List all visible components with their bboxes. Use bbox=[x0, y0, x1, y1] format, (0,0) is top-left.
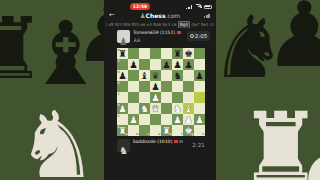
black-pawn[interactable]: ♟ bbox=[194, 70, 205, 81]
black-queen[interactable]: ♛ bbox=[150, 70, 161, 81]
square-c2[interactable] bbox=[139, 114, 150, 125]
black-pawn[interactable]: ♟ bbox=[117, 70, 128, 81]
white-rook-silhouette: ♜ bbox=[238, 100, 320, 180]
square-d3[interactable]: ♛ bbox=[150, 103, 161, 114]
phone-screenshot: 12:58 ← ♟Chess.com d4d5Nf3Nf6Bf4e6e3Bd6N… bbox=[104, 0, 216, 180]
white-bishop[interactable]: ♝ bbox=[183, 103, 194, 114]
signal-icon bbox=[186, 5, 194, 9]
move-list: d4d5Nf3Nf6Bf4e6e3Bd6Nc3c6Bg3Qe7Re1O-O bbox=[106, 21, 214, 28]
black-pawn[interactable]: ♟ bbox=[150, 81, 161, 92]
white-rook[interactable]: ♜ bbox=[117, 125, 128, 136]
black-pawn-silhouette: ♟ bbox=[264, 0, 320, 80]
square-h5[interactable] bbox=[194, 81, 205, 92]
square-a8[interactable]: 8♜ bbox=[117, 48, 128, 59]
white-pawn[interactable]: ♟ bbox=[150, 92, 161, 103]
rank-coordinate-label: 7 bbox=[118, 60, 120, 63]
square-f4[interactable] bbox=[172, 92, 183, 103]
square-h7[interactable] bbox=[194, 59, 205, 70]
bottom-player-name[interactable]: baddozzle (1010) bbox=[133, 139, 183, 145]
black-pawn[interactable]: ♟ bbox=[128, 59, 139, 70]
white-king[interactable]: ♚ bbox=[183, 125, 194, 136]
rank-coordinate-label: 5 bbox=[118, 82, 120, 85]
square-e6[interactable] bbox=[161, 70, 172, 81]
square-h2[interactable]: ♟ bbox=[194, 114, 205, 125]
square-c8[interactable] bbox=[139, 48, 150, 59]
move-token[interactable]: Bf4 bbox=[132, 22, 139, 28]
white-rook[interactable]: ♜ bbox=[161, 125, 172, 136]
black-pawn[interactable]: ♟ bbox=[183, 59, 194, 70]
square-f3[interactable]: ♞ bbox=[172, 103, 183, 114]
square-g2[interactable]: ♟ bbox=[183, 114, 194, 125]
white-pawn[interactable]: ♟ bbox=[172, 114, 183, 125]
square-d2[interactable] bbox=[150, 114, 161, 125]
move-token[interactable]: Qe7 bbox=[191, 22, 199, 28]
square-b1[interactable]: b bbox=[128, 125, 139, 136]
square-c4[interactable] bbox=[139, 92, 150, 103]
bottom-player-badge-icon bbox=[179, 140, 183, 143]
square-b3[interactable] bbox=[128, 103, 139, 114]
bottom-player-clock: 2:21 bbox=[187, 140, 210, 150]
square-c3[interactable]: ♞ bbox=[139, 103, 150, 114]
square-g5[interactable] bbox=[183, 81, 194, 92]
square-f1[interactable]: f bbox=[172, 125, 183, 136]
black-pawn[interactable]: ♟ bbox=[161, 59, 172, 70]
move-token[interactable]: Bd6 bbox=[153, 22, 161, 28]
white-pawn[interactable]: ♟ bbox=[117, 103, 128, 114]
square-d7[interactable] bbox=[150, 59, 161, 70]
black-rook-silhouette: ♜ bbox=[0, 6, 46, 91]
square-e1[interactable]: e♜ bbox=[161, 125, 172, 136]
black-king[interactable]: ♚ bbox=[183, 48, 194, 59]
black-bishop-silhouette: ♝ bbox=[26, 10, 105, 98]
square-c6[interactable]: ♝ bbox=[139, 70, 150, 81]
black-pawn[interactable]: ♟ bbox=[172, 59, 183, 70]
top-player-clock: 2:05 bbox=[187, 31, 210, 41]
square-e2[interactable] bbox=[161, 114, 172, 125]
square-d4[interactable]: ♟ bbox=[150, 92, 161, 103]
bottom-player-avatar[interactable]: ♞ bbox=[117, 139, 130, 152]
app-header: ← ♟Chess.com bbox=[104, 11, 216, 20]
chesscom-logo: ♟Chess.com bbox=[104, 11, 216, 21]
black-bishop[interactable]: ♝ bbox=[139, 70, 150, 81]
square-e5[interactable] bbox=[161, 81, 172, 92]
square-d1[interactable]: d bbox=[150, 125, 161, 136]
move-token[interactable]: Re1 bbox=[201, 22, 209, 28]
white-pawn[interactable]: ♟ bbox=[183, 114, 194, 125]
white-knight[interactable]: ♞ bbox=[139, 103, 150, 114]
square-b4[interactable] bbox=[128, 92, 139, 103]
black-rook[interactable]: ♜ bbox=[117, 48, 128, 59]
square-b8[interactable] bbox=[128, 48, 139, 59]
square-e7[interactable]: ♟ bbox=[161, 59, 172, 70]
video-frame: ♜♝♟♞♞♟♜♟ 12:58 ← ♟Chess.com d4d5Nf3Nf6Bf… bbox=[0, 0, 320, 180]
top-player-name[interactable]: Tomsen659 (1151) bbox=[133, 30, 181, 36]
square-a2[interactable]: 2 bbox=[117, 114, 128, 125]
bottom-player-flag-icon bbox=[174, 140, 178, 143]
bottom-player-bar: ♞ baddozzle (1010) 2:21 bbox=[117, 138, 205, 154]
square-f2[interactable]: ♟ bbox=[172, 114, 183, 125]
square-b6[interactable] bbox=[128, 70, 139, 81]
square-a3[interactable]: 3♟ bbox=[117, 103, 128, 114]
white-pawn[interactable]: ♟ bbox=[128, 114, 139, 125]
square-h4[interactable] bbox=[194, 92, 205, 103]
black-knight[interactable]: ♞ bbox=[172, 70, 183, 81]
wifi-icon bbox=[196, 4, 202, 9]
square-g8[interactable]: ♚ bbox=[183, 48, 194, 59]
square-c1[interactable]: c bbox=[139, 125, 150, 136]
move-token[interactable]: Nc3 bbox=[163, 22, 171, 28]
square-c5[interactable] bbox=[139, 81, 150, 92]
square-f6[interactable]: ♞ bbox=[172, 70, 183, 81]
square-a5[interactable]: 5 bbox=[117, 81, 128, 92]
square-f5[interactable] bbox=[172, 81, 183, 92]
top-player-captured-pieces: ♙♙ bbox=[133, 37, 140, 43]
clock-icon bbox=[190, 34, 194, 38]
move-token[interactable]: Bg3 bbox=[178, 21, 190, 28]
rank-coordinate-label: 4 bbox=[118, 93, 120, 96]
white-pawn-silhouette: ♟ bbox=[296, 114, 320, 180]
top-player-bar: ♟ Tomsen659 (1151) ♙♙ 2:05 bbox=[117, 29, 205, 45]
white-queen[interactable]: ♛ bbox=[150, 103, 161, 114]
square-e4[interactable] bbox=[161, 92, 172, 103]
square-g3[interactable]: ♝ bbox=[183, 103, 194, 114]
avatar-piece-icon: ♞ bbox=[119, 145, 128, 156]
square-g7[interactable]: ♟ bbox=[183, 59, 194, 70]
square-f8[interactable]: ♜ bbox=[172, 48, 183, 59]
square-d8[interactable] bbox=[150, 48, 161, 59]
square-g4[interactable] bbox=[183, 92, 194, 103]
square-g1[interactable]: g♚ bbox=[183, 125, 194, 136]
black-knight-silhouette: ♞ bbox=[210, 4, 287, 90]
square-a7[interactable]: 7 bbox=[117, 59, 128, 70]
connection-icon[interactable] bbox=[204, 13, 211, 18]
square-h8[interactable] bbox=[194, 48, 205, 59]
chess-board: 8♜♜♚7♟♟♟♟6♟♝♛♞♟5♟4♟3♟♞♛♞♝2♟♟♟♟1a♜bcde♜fg… bbox=[117, 48, 205, 136]
black-rook[interactable]: ♜ bbox=[172, 48, 183, 59]
square-h6[interactable]: ♟ bbox=[194, 70, 205, 81]
top-player-avatar[interactable]: ♟ bbox=[117, 30, 130, 43]
move-token[interactable]: c6 bbox=[172, 22, 177, 28]
file-coordinate-label: h bbox=[202, 133, 204, 136]
square-a1[interactable]: 1a♜ bbox=[117, 125, 128, 136]
move-token[interactable]: d5 bbox=[108, 22, 113, 28]
rank-coordinate-label: 2 bbox=[118, 115, 120, 118]
move-token[interactable]: Nf3 bbox=[115, 22, 122, 28]
move-token[interactable]: e3 bbox=[147, 22, 152, 28]
square-g6[interactable] bbox=[183, 70, 194, 81]
square-f7[interactable]: ♟ bbox=[172, 59, 183, 70]
square-h1[interactable]: h bbox=[194, 125, 205, 136]
white-pawn[interactable]: ♟ bbox=[194, 114, 205, 125]
move-token[interactable]: Nf6 bbox=[124, 22, 131, 28]
square-b7[interactable]: ♟ bbox=[128, 59, 139, 70]
square-e3[interactable] bbox=[161, 103, 172, 114]
square-d6[interactable]: ♛ bbox=[150, 70, 161, 81]
move-token[interactable]: d4 bbox=[106, 22, 107, 28]
move-token[interactable]: e6 bbox=[140, 22, 145, 28]
move-token[interactable]: O-O bbox=[210, 22, 214, 28]
white-knight-silhouette: ♞ bbox=[16, 100, 98, 180]
battery-icon bbox=[204, 5, 212, 9]
square-e8[interactable] bbox=[161, 48, 172, 59]
white-knight[interactable]: ♞ bbox=[172, 103, 183, 114]
square-b5[interactable] bbox=[128, 81, 139, 92]
square-d5[interactable]: ♟ bbox=[150, 81, 161, 92]
square-h3[interactable] bbox=[194, 103, 205, 114]
square-a4[interactable]: 4 bbox=[117, 92, 128, 103]
square-a6[interactable]: 6♟ bbox=[117, 70, 128, 81]
square-b2[interactable]: ♟ bbox=[128, 114, 139, 125]
avatar-piece-icon: ♟ bbox=[119, 36, 128, 47]
square-c7[interactable] bbox=[139, 59, 150, 70]
screen-recording-indicator[interactable]: 12:58 bbox=[130, 3, 150, 10]
top-player-flag-icon bbox=[177, 31, 181, 34]
